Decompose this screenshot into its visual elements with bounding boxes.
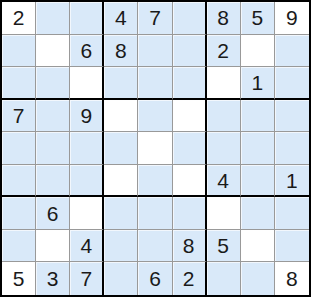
cell-r3c6[interactable] — [173, 67, 207, 100]
cell-r5c8[interactable] — [241, 132, 275, 165]
cell-r7c7[interactable] — [207, 197, 241, 230]
cell-r5c2[interactable] — [36, 132, 70, 165]
cell-r9c3[interactable]: 7 — [70, 262, 104, 295]
cell-r4c7[interactable] — [207, 100, 241, 133]
cell-r2c3[interactable]: 6 — [70, 35, 104, 68]
cell-r1c4[interactable]: 4 — [104, 2, 138, 35]
cell-r9c5[interactable]: 6 — [138, 262, 172, 295]
cell-r9c6[interactable]: 2 — [173, 262, 207, 295]
cell-r8c1[interactable] — [2, 230, 36, 263]
cell-r9c4[interactable] — [104, 262, 138, 295]
cell-r8c9[interactable] — [275, 230, 309, 263]
cell-r1c5[interactable]: 7 — [138, 2, 172, 35]
cell-r7c4[interactable] — [104, 197, 138, 230]
cell-r4c2[interactable] — [36, 100, 70, 133]
cell-r8c6[interactable]: 8 — [173, 230, 207, 263]
cell-r7c8[interactable] — [241, 197, 275, 230]
cell-r6c9[interactable]: 1 — [275, 165, 309, 198]
cell-r7c1[interactable] — [2, 197, 36, 230]
cell-r6c4[interactable] — [104, 165, 138, 198]
cell-r9c9[interactable]: 8 — [275, 262, 309, 295]
cell-r6c8[interactable] — [241, 165, 275, 198]
cell-r7c5[interactable] — [138, 197, 172, 230]
cell-r3c1[interactable] — [2, 67, 36, 100]
cell-r3c9[interactable] — [275, 67, 309, 100]
cell-r4c8[interactable] — [241, 100, 275, 133]
cell-r4c9[interactable] — [275, 100, 309, 133]
cell-r5c7[interactable] — [207, 132, 241, 165]
cell-r3c4[interactable] — [104, 67, 138, 100]
cell-r4c6[interactable] — [173, 100, 207, 133]
cell-r9c2[interactable]: 3 — [36, 262, 70, 295]
cell-r3c2[interactable] — [36, 67, 70, 100]
cell-r2c6[interactable] — [173, 35, 207, 68]
cell-r4c3[interactable]: 9 — [70, 100, 104, 133]
sudoku-board: 247859682179416485537628 — [0, 0, 311, 297]
cell-r3c3[interactable] — [70, 67, 104, 100]
cell-r6c6[interactable] — [173, 165, 207, 198]
cell-r2c7[interactable]: 2 — [207, 35, 241, 68]
cell-r5c5[interactable] — [138, 132, 172, 165]
cell-r7c6[interactable] — [173, 197, 207, 230]
cell-r9c1[interactable]: 5 — [2, 262, 36, 295]
cell-r5c3[interactable] — [70, 132, 104, 165]
cell-r6c5[interactable] — [138, 165, 172, 198]
cell-r3c7[interactable] — [207, 67, 241, 100]
cell-r7c9[interactable] — [275, 197, 309, 230]
cell-r2c8[interactable] — [241, 35, 275, 68]
cell-r5c9[interactable] — [275, 132, 309, 165]
cell-r1c1[interactable]: 2 — [2, 2, 36, 35]
cell-r6c3[interactable] — [70, 165, 104, 198]
cell-r8c7[interactable]: 5 — [207, 230, 241, 263]
cell-r7c2[interactable]: 6 — [36, 197, 70, 230]
cell-r8c8[interactable] — [241, 230, 275, 263]
cell-r8c4[interactable] — [104, 230, 138, 263]
cell-r6c1[interactable] — [2, 165, 36, 198]
cell-r8c2[interactable] — [36, 230, 70, 263]
cell-r1c9[interactable]: 9 — [275, 2, 309, 35]
cell-r4c5[interactable] — [138, 100, 172, 133]
cell-r7c3[interactable] — [70, 197, 104, 230]
cell-r6c2[interactable] — [36, 165, 70, 198]
cell-r2c2[interactable] — [36, 35, 70, 68]
cell-r5c4[interactable] — [104, 132, 138, 165]
cell-r4c1[interactable]: 7 — [2, 100, 36, 133]
cell-r9c8[interactable] — [241, 262, 275, 295]
cell-r1c8[interactable]: 5 — [241, 2, 275, 35]
cell-r1c2[interactable] — [36, 2, 70, 35]
cell-r2c9[interactable] — [275, 35, 309, 68]
cell-r2c1[interactable] — [2, 35, 36, 68]
cell-r3c5[interactable] — [138, 67, 172, 100]
cell-r5c1[interactable] — [2, 132, 36, 165]
cell-r3c8[interactable]: 1 — [241, 67, 275, 100]
cell-r1c3[interactable] — [70, 2, 104, 35]
cell-r2c4[interactable]: 8 — [104, 35, 138, 68]
cell-r5c6[interactable] — [173, 132, 207, 165]
cell-r6c7[interactable]: 4 — [207, 165, 241, 198]
cell-r9c7[interactable] — [207, 262, 241, 295]
cell-r4c4[interactable] — [104, 100, 138, 133]
cell-r2c5[interactable] — [138, 35, 172, 68]
cell-r1c7[interactable]: 8 — [207, 2, 241, 35]
cell-r1c6[interactable] — [173, 2, 207, 35]
cell-r8c3[interactable]: 4 — [70, 230, 104, 263]
cell-r8c5[interactable] — [138, 230, 172, 263]
